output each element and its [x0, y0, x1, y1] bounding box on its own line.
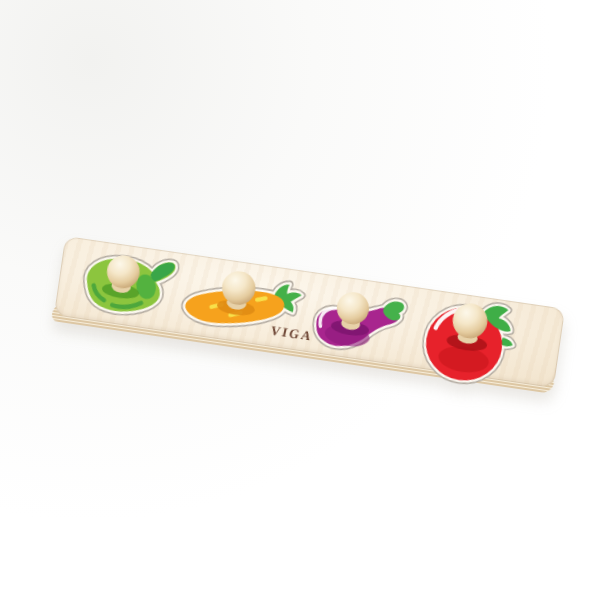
slot-tomato: [406, 288, 530, 391]
eggplant-piece: [299, 280, 415, 370]
puzzle-board: VIGA: [54, 236, 565, 388]
slot-green-pepper: [63, 237, 187, 340]
green-pepper-piece: [67, 241, 183, 335]
tomato-piece: [415, 291, 522, 392]
slot-eggplant: [295, 271, 419, 374]
slot-carrot: [174, 254, 307, 359]
product-photo-scene: VIGA: [0, 0, 600, 600]
board-face: VIGA: [54, 236, 565, 388]
